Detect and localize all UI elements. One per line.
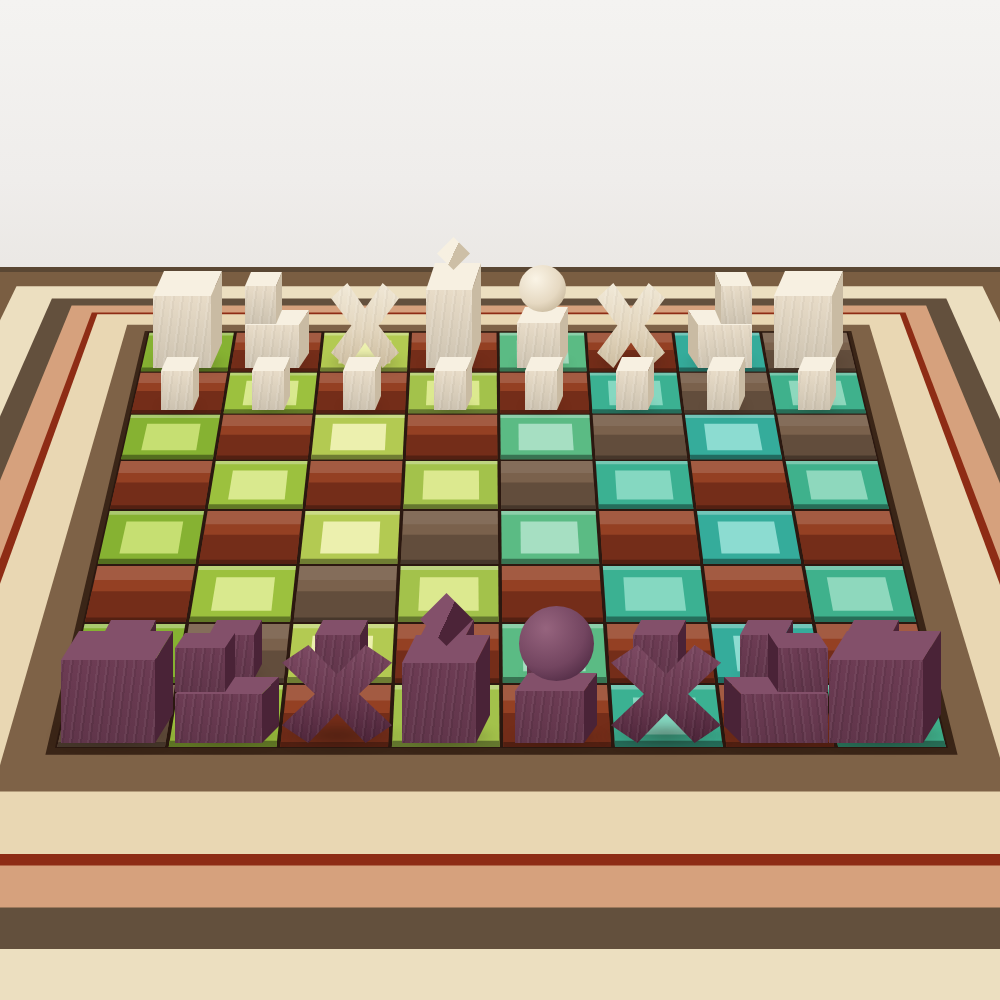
- white-pawn-cube: [252, 357, 290, 410]
- black-knight-body: [175, 633, 279, 743]
- square-r3c8-gloss: [777, 415, 869, 426]
- white-pawn-top-face: [161, 357, 199, 372]
- square-r6c8-glass-inner: [827, 577, 894, 611]
- square-r6c4-bevel: [401, 566, 499, 570]
- white-knight-upper-front-face: [721, 286, 752, 324]
- square-r6c3-gloss: [298, 566, 397, 580]
- black-queen-base-cube: [515, 673, 597, 743]
- square-r6c2-bevel: [198, 566, 296, 570]
- square-r6c5-gloss: [502, 566, 600, 580]
- square-r4c2-glass-inner: [228, 471, 288, 500]
- square-r5c2-gloss: [205, 511, 302, 524]
- white-pawn-top-face: [798, 357, 836, 372]
- square-r3c7-bevel: [685, 415, 775, 418]
- square-r5c4-wood-lower: [401, 535, 499, 564]
- black-rook-front-face: [61, 660, 155, 743]
- square-r6c2-glass-inner: [211, 577, 275, 611]
- white-rook-cube: [774, 271, 843, 368]
- square-r5c1-front-edge: [98, 559, 196, 564]
- square-r3c4-gloss: [408, 415, 498, 426]
- square-r4c6-glass-inner: [615, 471, 674, 500]
- square-r5c3-front-edge: [300, 559, 398, 564]
- square-r5c4-edge: [401, 560, 499, 564]
- square-r5c8-edge: [804, 560, 902, 564]
- white-rook-cube: [153, 271, 222, 368]
- black-rook-front-face: [829, 660, 923, 743]
- black-king-base-cube: [402, 635, 490, 743]
- piece-white-rook[interactable]: [153, 271, 222, 368]
- square-r5c4-gloss: [403, 511, 498, 524]
- black-knight-lower-front-face: [741, 694, 828, 743]
- piece-white-knight[interactable]: [245, 272, 309, 368]
- square-r4c3-wood-lower: [306, 483, 402, 510]
- square-r6c6-bevel: [603, 566, 701, 570]
- white-pawn-front-face: [161, 371, 193, 410]
- white-pawn-top-face: [525, 357, 563, 372]
- square-r5c8-wood-lower: [799, 535, 902, 564]
- square-r5c7-front-edge: [703, 559, 801, 564]
- square-r4c3-edge: [306, 505, 401, 509]
- white-knight-upper-front-face: [245, 286, 276, 324]
- square-r3c1-bevel: [130, 415, 220, 418]
- square-r3c8-wood-lower: [781, 435, 877, 459]
- black-queen-base-front-face: [515, 691, 584, 743]
- square-r3c3-bevel: [315, 415, 404, 418]
- square-r5c5-front-edge: [502, 559, 600, 564]
- white-pawn-top-face: [343, 357, 381, 372]
- square-r5c7-bevel: [697, 511, 792, 515]
- square-r3c4-edge: [406, 456, 498, 460]
- square-r3c1-glass-inner: [141, 424, 200, 451]
- white-knight-upper-top-face: [245, 272, 282, 287]
- white-pawn-cube: [343, 357, 381, 410]
- white-rook-top-face: [153, 271, 222, 297]
- white-pawn-front-face: [798, 371, 830, 410]
- square-r5c6-edge: [602, 560, 700, 564]
- square-r3c8-edge: [785, 456, 877, 460]
- white-knight-body: [245, 272, 309, 368]
- square-r4c4-bevel: [406, 461, 498, 464]
- square-r6c8-bevel: [805, 566, 903, 570]
- white-pawn-front-face: [616, 371, 648, 410]
- square-r4c3-gloss: [310, 461, 403, 473]
- white-pawn-cube: [616, 357, 654, 410]
- black-king-base-front-face: [402, 663, 476, 743]
- square-r5c3-glass-inner: [320, 522, 380, 554]
- square-r4c8-front-edge: [794, 504, 889, 509]
- black-knight-upper-front-face: [175, 648, 225, 692]
- white-pawn-front-face: [434, 371, 466, 410]
- white-king-base-cube: [426, 263, 481, 368]
- square-r4c5-edge: [501, 505, 595, 509]
- square-r4c7-wood-lower: [693, 483, 791, 510]
- square-r6c3-wood-lower: [294, 591, 396, 622]
- square-r6c1-gloss: [94, 566, 195, 580]
- piece-white-pawn[interactable]: [252, 357, 290, 410]
- piece-black-bishop[interactable]: [282, 645, 392, 743]
- white-pawn-top-face: [434, 357, 472, 372]
- square-r4c7-gloss: [691, 461, 785, 473]
- square-r5c3-bevel: [305, 511, 400, 515]
- piece-black-king[interactable]: [402, 593, 490, 743]
- square-r4c6-bevel: [596, 461, 688, 464]
- black-knight-upper-cube: [768, 633, 828, 692]
- black-knight-lower-front-face: [175, 694, 262, 743]
- square-r5c2-wood-lower: [199, 535, 300, 564]
- square-r4c4-glass-inner: [423, 471, 480, 500]
- white-pawn-top-face: [252, 357, 290, 372]
- white-pawn-cube: [707, 357, 745, 410]
- piece-white-pawn[interactable]: [525, 357, 563, 410]
- white-pawn-front-face: [252, 371, 284, 410]
- piece-white-pawn[interactable]: [707, 357, 745, 410]
- square-r3c2-wood-lower: [216, 435, 310, 459]
- white-pawn-cube: [161, 357, 199, 410]
- piece-white-bishop[interactable]: [597, 283, 665, 368]
- piece-black-queen[interactable]: [515, 595, 597, 743]
- piece-white-pawn[interactable]: [343, 357, 381, 410]
- piece-white-knight[interactable]: [688, 272, 752, 368]
- square-r6c7-gloss: [704, 566, 804, 580]
- white-knight-upper-top-face: [715, 272, 752, 287]
- square-r3c6-edge: [595, 456, 687, 460]
- white-knight-body: [688, 272, 752, 368]
- white-rook-top-face: [774, 271, 843, 297]
- photo-scene: [0, 0, 1000, 1000]
- square-r4c8-bevel: [786, 461, 878, 464]
- square-r3c1-front-edge: [121, 455, 213, 459]
- square-r5c8-gloss: [795, 511, 893, 524]
- black-knight-upper-front-face: [778, 648, 828, 692]
- square-r4c1-edge: [110, 505, 205, 509]
- white-pawn-front-face: [525, 371, 557, 410]
- piece-white-bishop[interactable]: [331, 283, 399, 368]
- square-r5c5-glass-inner: [521, 522, 580, 554]
- square-r3c3-glass-inner: [330, 424, 386, 451]
- square-r5c6-gloss: [599, 511, 695, 524]
- square-r6c1-wood-lower: [85, 591, 191, 622]
- black-knight-body: [724, 633, 828, 743]
- square-r4c2-bevel: [215, 461, 307, 464]
- square-r3c2-gloss: [222, 415, 313, 426]
- piece-white-pawn[interactable]: [798, 357, 836, 410]
- square-r5c6-wood-lower: [601, 535, 700, 564]
- piece-white-pawn[interactable]: [161, 357, 199, 410]
- piece-white-pawn[interactable]: [616, 357, 654, 410]
- table-far-edge: [0, 267, 1000, 272]
- square-r4c1-wood-lower: [110, 483, 209, 510]
- black-pawn-top-face: [633, 620, 686, 636]
- piece-white-rook[interactable]: [774, 271, 843, 368]
- square-r6c6-glass-inner: [623, 577, 686, 611]
- black-rook-top-face: [829, 631, 941, 661]
- black-rook-cube: [61, 631, 173, 743]
- square-r3c3-front-edge: [311, 455, 403, 459]
- square-r4c8-glass-inner: [806, 471, 868, 500]
- white-pawn-front-face: [343, 371, 375, 410]
- white-queen-sphere: [519, 265, 566, 312]
- square-r4c5-gloss: [501, 461, 593, 473]
- piece-black-bishop[interactable]: [611, 645, 721, 743]
- piece-white-king[interactable]: [426, 237, 481, 368]
- square-r6c7-wood-lower: [707, 591, 812, 622]
- square-r4c1-gloss: [118, 461, 212, 473]
- piece-white-pawn[interactable]: [434, 357, 472, 410]
- piece-black-rook[interactable]: [61, 631, 173, 743]
- square-r3c5-bevel: [500, 415, 589, 418]
- square-r3c6-gloss: [593, 415, 683, 426]
- black-knight-upper-cube: [175, 633, 235, 692]
- square-r3c2-edge: [216, 456, 308, 460]
- square-r5c1-bevel: [109, 511, 204, 515]
- square-r5c1-glass-inner: [119, 522, 183, 554]
- white-pawn-top-face: [707, 357, 745, 372]
- square-r3c5-front-edge: [501, 455, 593, 459]
- black-rook-top-face: [61, 631, 173, 661]
- square-r3c4-wood-lower: [406, 435, 498, 459]
- square-r5c2-edge: [199, 560, 297, 564]
- white-pawn-cube: [525, 357, 563, 410]
- black-queen-sphere: [519, 606, 594, 681]
- square-r3c7-front-edge: [690, 455, 782, 459]
- square-r5c7-glass-inner: [718, 522, 781, 554]
- white-knight-upper-cube: [715, 272, 752, 324]
- piece-black-knight[interactable]: [175, 633, 279, 743]
- black-pawn-top-face: [315, 620, 368, 636]
- white-pawn-cube: [434, 357, 472, 410]
- piece-black-rook[interactable]: [829, 631, 941, 743]
- square-r4c7-edge: [696, 505, 791, 509]
- white-pawn-cube: [798, 357, 836, 410]
- square-r4c5-wood-lower: [501, 483, 596, 510]
- white-knight-upper-cube: [245, 272, 282, 324]
- piece-black-knight[interactable]: [724, 633, 828, 743]
- square-r3c7-glass-inner: [704, 424, 762, 451]
- square-r5c5-bevel: [501, 511, 596, 515]
- square-r4c6-front-edge: [599, 504, 694, 509]
- square-r4c2-front-edge: [208, 504, 303, 509]
- chess-table-board: [0, 0, 1000, 1000]
- square-r3c6-wood-lower: [594, 435, 687, 459]
- square-r3c5-glass-inner: [519, 424, 574, 451]
- square-r4c4-front-edge: [403, 504, 497, 509]
- white-pawn-front-face: [707, 371, 739, 410]
- piece-white-queen[interactable]: [517, 239, 568, 368]
- black-rook-cube: [829, 631, 941, 743]
- white-pawn-top-face: [616, 357, 654, 372]
